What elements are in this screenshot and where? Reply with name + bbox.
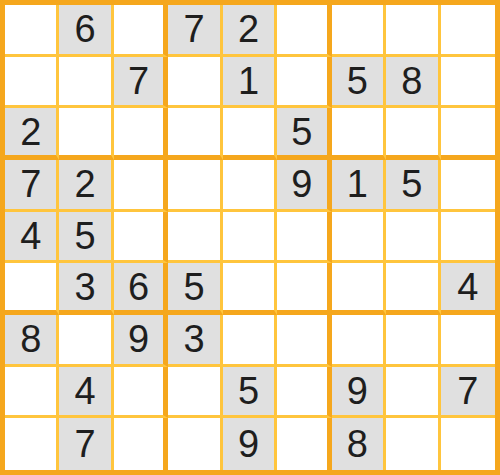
cell-r1c5[interactable]: 2	[223, 5, 277, 57]
cell-r8c4[interactable]	[168, 367, 222, 419]
cell-r3c1[interactable]: 2	[5, 108, 59, 160]
sudoku-board: 672715825729154536548934597798	[0, 0, 500, 475]
cell-r9c3[interactable]	[114, 418, 168, 470]
cell-r3c5[interactable]	[223, 108, 277, 160]
cell-r2c6[interactable]	[277, 57, 331, 109]
cell-r5c2[interactable]: 5	[59, 212, 113, 264]
cell-r2c2[interactable]	[59, 57, 113, 109]
cell-r7c7[interactable]	[332, 315, 386, 367]
cell-r5c9[interactable]	[441, 212, 495, 264]
cell-r7c9[interactable]	[441, 315, 495, 367]
cell-r4c5[interactable]	[223, 160, 277, 212]
cell-r4c8[interactable]: 5	[386, 160, 440, 212]
cell-r7c4[interactable]: 3	[168, 315, 222, 367]
cell-r7c5[interactable]	[223, 315, 277, 367]
cell-r1c4[interactable]: 7	[168, 5, 222, 57]
cell-r8c5[interactable]: 5	[223, 367, 277, 419]
cell-r6c4[interactable]: 5	[168, 263, 222, 315]
cell-r5c3[interactable]	[114, 212, 168, 264]
cell-r8c1[interactable]	[5, 367, 59, 419]
cell-r9c7[interactable]: 8	[332, 418, 386, 470]
cell-r2c3[interactable]: 7	[114, 57, 168, 109]
cell-r5c8[interactable]	[386, 212, 440, 264]
cell-r3c9[interactable]	[441, 108, 495, 160]
cell-r3c7[interactable]	[332, 108, 386, 160]
cell-r4c1[interactable]: 7	[5, 160, 59, 212]
cell-r9c9[interactable]	[441, 418, 495, 470]
cell-r8c6[interactable]	[277, 367, 331, 419]
cell-r6c9[interactable]: 4	[441, 263, 495, 315]
cell-r2c1[interactable]	[5, 57, 59, 109]
cell-r1c2[interactable]: 6	[59, 5, 113, 57]
cell-r4c2[interactable]: 2	[59, 160, 113, 212]
cell-r3c2[interactable]	[59, 108, 113, 160]
cell-r6c5[interactable]	[223, 263, 277, 315]
cell-r6c7[interactable]	[332, 263, 386, 315]
cell-r1c8[interactable]	[386, 5, 440, 57]
cell-r4c4[interactable]	[168, 160, 222, 212]
cell-r6c6[interactable]	[277, 263, 331, 315]
cell-r1c6[interactable]	[277, 5, 331, 57]
cell-r9c8[interactable]	[386, 418, 440, 470]
cell-r5c4[interactable]	[168, 212, 222, 264]
cell-r1c1[interactable]	[5, 5, 59, 57]
cell-r9c6[interactable]	[277, 418, 331, 470]
cell-r9c4[interactable]	[168, 418, 222, 470]
cell-r4c9[interactable]	[441, 160, 495, 212]
cell-r5c5[interactable]	[223, 212, 277, 264]
cell-r5c6[interactable]	[277, 212, 331, 264]
cell-r9c1[interactable]	[5, 418, 59, 470]
cell-r1c7[interactable]	[332, 5, 386, 57]
cell-r8c8[interactable]	[386, 367, 440, 419]
cell-r7c2[interactable]	[59, 315, 113, 367]
cell-r7c6[interactable]	[277, 315, 331, 367]
cell-r2c8[interactable]: 8	[386, 57, 440, 109]
cell-r3c3[interactable]	[114, 108, 168, 160]
cell-r8c3[interactable]	[114, 367, 168, 419]
cell-r6c2[interactable]: 3	[59, 263, 113, 315]
cell-r8c9[interactable]: 7	[441, 367, 495, 419]
cell-r2c7[interactable]: 5	[332, 57, 386, 109]
cell-r4c6[interactable]: 9	[277, 160, 331, 212]
cell-r5c1[interactable]: 4	[5, 212, 59, 264]
cell-r6c3[interactable]: 6	[114, 263, 168, 315]
cell-r8c7[interactable]: 9	[332, 367, 386, 419]
cell-r9c5[interactable]: 9	[223, 418, 277, 470]
cell-r4c7[interactable]: 1	[332, 160, 386, 212]
cell-r2c4[interactable]	[168, 57, 222, 109]
cell-r9c2[interactable]: 7	[59, 418, 113, 470]
cell-r8c2[interactable]: 4	[59, 367, 113, 419]
cell-r5c7[interactable]	[332, 212, 386, 264]
cell-r7c8[interactable]	[386, 315, 440, 367]
cell-r7c1[interactable]: 8	[5, 315, 59, 367]
cell-r1c3[interactable]	[114, 5, 168, 57]
cell-r2c5[interactable]: 1	[223, 57, 277, 109]
cell-r6c1[interactable]	[5, 263, 59, 315]
cell-r3c4[interactable]	[168, 108, 222, 160]
cell-r4c3[interactable]	[114, 160, 168, 212]
cell-r7c3[interactable]: 9	[114, 315, 168, 367]
cell-r3c8[interactable]	[386, 108, 440, 160]
cell-r2c9[interactable]	[441, 57, 495, 109]
cell-r1c9[interactable]	[441, 5, 495, 57]
cell-r6c8[interactable]	[386, 263, 440, 315]
cell-r3c6[interactable]: 5	[277, 108, 331, 160]
